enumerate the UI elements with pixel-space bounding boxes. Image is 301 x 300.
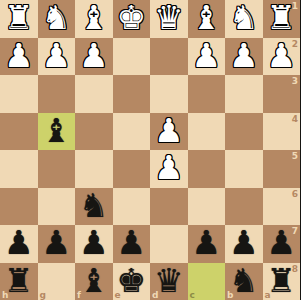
- piece-white-knight[interactable]: ♞: [229, 0, 259, 37]
- square-h4[interactable]: [0, 113, 38, 151]
- piece-white-rook[interactable]: ♜: [266, 0, 296, 37]
- square-a8[interactable]: ♜8a: [263, 263, 301, 300]
- piece-white-pawn[interactable]: ♟: [41, 37, 71, 75]
- piece-black-pawn[interactable]: ♟: [116, 224, 146, 262]
- piece-black-pawn[interactable]: ♟: [191, 224, 221, 262]
- piece-black-queen[interactable]: ♛: [154, 262, 184, 300]
- square-h6[interactable]: [0, 188, 38, 226]
- piece-black-pawn[interactable]: ♟: [229, 224, 259, 262]
- square-g1[interactable]: ♞: [38, 0, 76, 38]
- piece-black-rook[interactable]: ♜: [4, 262, 34, 300]
- piece-white-pawn[interactable]: ♟: [266, 37, 296, 75]
- piece-white-pawn[interactable]: ♟: [154, 112, 184, 150]
- square-b6[interactable]: [225, 188, 263, 226]
- square-d4[interactable]: ♟: [150, 113, 188, 151]
- piece-white-knight[interactable]: ♞: [41, 0, 71, 37]
- square-b7[interactable]: ♟: [225, 225, 263, 263]
- square-d3[interactable]: [150, 75, 188, 113]
- square-b1[interactable]: ♞: [225, 0, 263, 38]
- square-e5[interactable]: [113, 150, 151, 188]
- square-b2[interactable]: ♟: [225, 38, 263, 76]
- coord-file-c: c: [190, 290, 195, 300]
- coord-file-g: g: [40, 290, 46, 300]
- piece-black-bishop[interactable]: ♝: [41, 112, 71, 150]
- piece-black-pawn[interactable]: ♟: [41, 224, 71, 262]
- square-e7[interactable]: ♟: [113, 225, 151, 263]
- square-f8[interactable]: ♝f: [75, 263, 113, 300]
- square-c6[interactable]: [188, 188, 226, 226]
- piece-white-pawn[interactable]: ♟: [4, 37, 34, 75]
- coord-rank-5: 5: [292, 151, 298, 161]
- square-a2[interactable]: ♟2: [263, 38, 301, 76]
- piece-black-king[interactable]: ♚: [116, 262, 146, 300]
- square-c8[interactable]: c: [188, 263, 226, 300]
- square-c5[interactable]: [188, 150, 226, 188]
- piece-black-knight[interactable]: ♞: [79, 187, 109, 225]
- piece-white-bishop[interactable]: ♝: [191, 0, 221, 37]
- square-b3[interactable]: [225, 75, 263, 113]
- square-g5[interactable]: [38, 150, 76, 188]
- piece-black-pawn[interactable]: ♟: [4, 224, 34, 262]
- square-b4[interactable]: [225, 113, 263, 151]
- square-e3[interactable]: [113, 75, 151, 113]
- square-a3[interactable]: 3: [263, 75, 301, 113]
- piece-black-knight[interactable]: ♞: [229, 262, 259, 300]
- piece-white-bishop[interactable]: ♝: [79, 0, 109, 37]
- piece-white-rook[interactable]: ♜: [4, 0, 34, 37]
- square-f6[interactable]: ♞: [75, 188, 113, 226]
- square-c2[interactable]: ♟: [188, 38, 226, 76]
- square-c3[interactable]: [188, 75, 226, 113]
- square-g7[interactable]: ♟: [38, 225, 76, 263]
- piece-white-queen[interactable]: ♛: [154, 0, 184, 37]
- piece-black-pawn[interactable]: ♟: [266, 224, 296, 262]
- square-a1[interactable]: ♜1: [263, 0, 301, 38]
- square-h3[interactable]: [0, 75, 38, 113]
- square-d8[interactable]: ♛d: [150, 263, 188, 300]
- piece-white-pawn[interactable]: ♟: [191, 37, 221, 75]
- coord-rank-4: 4: [292, 114, 298, 124]
- coord-rank-6: 6: [292, 189, 298, 199]
- square-d6[interactable]: [150, 188, 188, 226]
- piece-black-bishop[interactable]: ♝: [79, 262, 109, 300]
- square-c1[interactable]: ♝: [188, 0, 226, 38]
- square-g2[interactable]: ♟: [38, 38, 76, 76]
- square-c4[interactable]: [188, 113, 226, 151]
- piece-white-pawn[interactable]: ♟: [79, 37, 109, 75]
- square-e8[interactable]: ♚e: [113, 263, 151, 300]
- square-h7[interactable]: ♟: [0, 225, 38, 263]
- square-d5[interactable]: ♟: [150, 150, 188, 188]
- square-h8[interactable]: ♜h: [0, 263, 38, 300]
- square-c7[interactable]: ♟: [188, 225, 226, 263]
- square-e1[interactable]: ♚: [113, 0, 151, 38]
- square-h1[interactable]: ♜: [0, 0, 38, 38]
- square-a5[interactable]: 5: [263, 150, 301, 188]
- square-h5[interactable]: [0, 150, 38, 188]
- square-f5[interactable]: [75, 150, 113, 188]
- square-f2[interactable]: ♟: [75, 38, 113, 76]
- square-h2[interactable]: ♟: [0, 38, 38, 76]
- square-a6[interactable]: 6: [263, 188, 301, 226]
- piece-black-rook[interactable]: ♜: [266, 262, 296, 300]
- square-b8[interactable]: ♞b: [225, 263, 263, 300]
- piece-white-king[interactable]: ♚: [116, 0, 146, 37]
- piece-black-pawn[interactable]: ♟: [79, 224, 109, 262]
- chess-board-container: ♜♞♝♚♛♝♞♜1♟♟♟♟♟♟23♝♟4♟5♞6♟♟♟♟♟♟♟7♜hg♝f♚e♛…: [0, 0, 300, 300]
- square-a7[interactable]: ♟7: [263, 225, 301, 263]
- chess-board[interactable]: ♜♞♝♚♛♝♞♜1♟♟♟♟♟♟23♝♟4♟5♞6♟♟♟♟♟♟♟7♜hg♝f♚e♛…: [0, 0, 300, 300]
- square-d7[interactable]: [150, 225, 188, 263]
- square-g8[interactable]: g: [38, 263, 76, 300]
- square-e6[interactable]: [113, 188, 151, 226]
- square-f3[interactable]: [75, 75, 113, 113]
- square-e2[interactable]: [113, 38, 151, 76]
- piece-white-pawn[interactable]: ♟: [154, 149, 184, 187]
- square-g6[interactable]: [38, 188, 76, 226]
- square-f7[interactable]: ♟: [75, 225, 113, 263]
- coord-rank-3: 3: [292, 76, 298, 86]
- square-a4[interactable]: 4: [263, 113, 301, 151]
- square-d2[interactable]: [150, 38, 188, 76]
- square-f4[interactable]: [75, 113, 113, 151]
- square-f1[interactable]: ♝: [75, 0, 113, 38]
- square-e4[interactable]: [113, 113, 151, 151]
- piece-white-pawn[interactable]: ♟: [229, 37, 259, 75]
- square-d1[interactable]: ♛: [150, 0, 188, 38]
- square-b5[interactable]: [225, 150, 263, 188]
- square-g4[interactable]: ♝: [38, 113, 76, 151]
- square-g3[interactable]: [38, 75, 76, 113]
